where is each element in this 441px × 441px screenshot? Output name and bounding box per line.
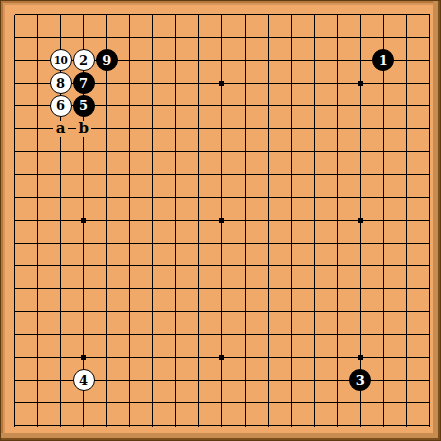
star-point [219,218,224,223]
grid-line-horizontal [15,174,431,175]
grid-line-vertical [37,15,38,427]
grid-line-horizontal [15,243,431,244]
grid-line-horizontal [15,334,431,335]
white-stone-8: 8 [50,72,72,94]
grid-line-vertical [314,15,315,427]
go-board-diagram: ab12345678910 [0,0,441,441]
grid-line-vertical [175,15,176,427]
star-point [81,218,86,223]
black-stone-7: 7 [73,72,95,94]
grid-line-vertical [429,15,430,427]
grid-line-vertical [268,15,269,427]
grid-line-vertical [106,15,107,427]
grid-line-horizontal [15,151,431,152]
star-point [358,218,363,223]
grid-line-vertical [337,15,338,427]
grid-line-horizontal [15,311,431,312]
black-stone-3: 3 [349,369,371,391]
star-point [358,81,363,86]
white-stone-10: 10 [50,49,72,71]
grid-line-horizontal [15,197,431,198]
grid-line-vertical [383,15,384,427]
grid-line-vertical [152,15,153,427]
black-stone-1: 1 [372,49,394,71]
grid-line-vertical [198,15,199,427]
grid-line-horizontal [15,425,431,426]
grid-line-horizontal [15,14,431,15]
grid-line-horizontal [15,288,431,289]
grid-line-vertical [245,15,246,427]
white-stone-6: 6 [50,95,72,117]
grid-line-vertical [406,15,407,427]
grid-line-vertical [291,15,292,427]
black-stone-5: 5 [73,95,95,117]
star-point [219,355,224,360]
grid-line-vertical [14,15,15,427]
star-point [81,355,86,360]
point-label-a: a [53,121,68,137]
grid-line-vertical [129,15,130,427]
grid-line-horizontal [15,37,431,38]
point-label-b: b [76,121,91,137]
star-point [358,355,363,360]
star-point [219,81,224,86]
white-stone-4: 4 [73,369,95,391]
grid-line-horizontal [15,402,431,403]
grid-line-horizontal [15,265,431,266]
black-stone-9: 9 [96,49,118,71]
white-stone-2: 2 [73,49,95,71]
